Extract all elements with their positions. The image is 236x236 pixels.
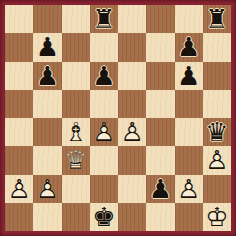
black-rook: ♜ — [92, 6, 115, 32]
square-g4[interactable] — [175, 118, 203, 146]
square-f7[interactable] — [146, 33, 174, 61]
square-g2[interactable]: ♟♙ — [175, 175, 203, 203]
white-pawn: ♟♙ — [205, 147, 228, 173]
square-f4[interactable] — [146, 118, 174, 146]
square-f3[interactable] — [146, 146, 174, 174]
square-h4[interactable]: ♛ — [203, 118, 231, 146]
square-f2[interactable]: ♟ — [146, 175, 174, 203]
square-a4[interactable] — [5, 118, 33, 146]
square-e2[interactable] — [118, 175, 146, 203]
square-a1[interactable] — [5, 203, 33, 231]
square-h5[interactable] — [203, 90, 231, 118]
white-pawn: ♟♙ — [92, 119, 115, 145]
white-pawn: ♟♙ — [7, 176, 30, 202]
white-pawn: ♟♙ — [36, 176, 59, 202]
square-a3[interactable] — [5, 146, 33, 174]
square-h8[interactable]: ♜ — [203, 5, 231, 33]
square-g6[interactable]: ♟ — [175, 62, 203, 90]
square-b5[interactable] — [33, 90, 61, 118]
white-pawn: ♟♙ — [120, 119, 143, 145]
black-pawn: ♟ — [36, 34, 59, 60]
square-h2[interactable] — [203, 175, 231, 203]
square-d4[interactable]: ♟♙ — [90, 118, 118, 146]
square-c6[interactable] — [62, 62, 90, 90]
square-c2[interactable] — [62, 175, 90, 203]
square-e1[interactable] — [118, 203, 146, 231]
square-h7[interactable] — [203, 33, 231, 61]
square-d6[interactable]: ♟ — [90, 62, 118, 90]
square-d3[interactable] — [90, 146, 118, 174]
square-e8[interactable] — [118, 5, 146, 33]
square-a8[interactable] — [5, 5, 33, 33]
square-g7[interactable]: ♟ — [175, 33, 203, 61]
square-d7[interactable] — [90, 33, 118, 61]
black-pawn: ♟ — [36, 63, 59, 89]
square-a5[interactable] — [5, 90, 33, 118]
square-c5[interactable] — [62, 90, 90, 118]
square-f6[interactable] — [146, 62, 174, 90]
square-b1[interactable] — [33, 203, 61, 231]
square-a7[interactable] — [5, 33, 33, 61]
black-king: ♚ — [92, 204, 115, 230]
square-d2[interactable] — [90, 175, 118, 203]
black-pawn: ♟ — [149, 176, 172, 202]
chess-board-frame: ♜♜♟♟♟♟♟♝♗♟♙♟♙♛♛♕♟♙♟♙♟♙♟♟♙♚♚♔ — [0, 0, 236, 236]
square-d1[interactable]: ♚ — [90, 203, 118, 231]
square-e4[interactable]: ♟♙ — [118, 118, 146, 146]
black-pawn: ♟ — [92, 63, 115, 89]
square-h3[interactable]: ♟♙ — [203, 146, 231, 174]
square-f1[interactable] — [146, 203, 174, 231]
square-b8[interactable] — [33, 5, 61, 33]
square-c3[interactable]: ♛♕ — [62, 146, 90, 174]
square-e5[interactable] — [118, 90, 146, 118]
square-g3[interactable] — [175, 146, 203, 174]
square-f5[interactable] — [146, 90, 174, 118]
square-b6[interactable]: ♟ — [33, 62, 61, 90]
square-h6[interactable] — [203, 62, 231, 90]
square-e7[interactable] — [118, 33, 146, 61]
square-g1[interactable] — [175, 203, 203, 231]
black-rook: ♜ — [205, 6, 228, 32]
white-king: ♚♔ — [205, 204, 228, 230]
white-bishop: ♝♗ — [64, 119, 87, 145]
square-b2[interactable]: ♟♙ — [33, 175, 61, 203]
square-a2[interactable]: ♟♙ — [5, 175, 33, 203]
square-c8[interactable] — [62, 5, 90, 33]
square-g8[interactable] — [175, 5, 203, 33]
square-e3[interactable] — [118, 146, 146, 174]
square-d5[interactable] — [90, 90, 118, 118]
square-d8[interactable]: ♜ — [90, 5, 118, 33]
square-c1[interactable] — [62, 203, 90, 231]
black-queen: ♛ — [205, 119, 228, 145]
square-a6[interactable] — [5, 62, 33, 90]
square-g5[interactable] — [175, 90, 203, 118]
white-pawn: ♟♙ — [177, 176, 200, 202]
square-b3[interactable] — [33, 146, 61, 174]
black-pawn: ♟ — [177, 63, 200, 89]
square-f8[interactable] — [146, 5, 174, 33]
square-c4[interactable]: ♝♗ — [62, 118, 90, 146]
black-pawn: ♟ — [177, 34, 200, 60]
square-h1[interactable]: ♚♔ — [203, 203, 231, 231]
square-c7[interactable] — [62, 33, 90, 61]
square-b4[interactable] — [33, 118, 61, 146]
chess-board: ♜♜♟♟♟♟♟♝♗♟♙♟♙♛♛♕♟♙♟♙♟♙♟♟♙♚♚♔ — [5, 5, 231, 231]
white-queen: ♛♕ — [64, 147, 87, 173]
square-b7[interactable]: ♟ — [33, 33, 61, 61]
square-e6[interactable] — [118, 62, 146, 90]
